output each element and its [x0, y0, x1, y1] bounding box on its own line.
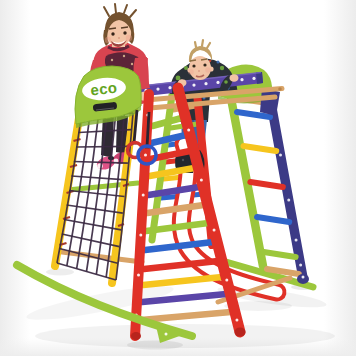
rear-ladder — [230, 92, 309, 284]
wall-bars-left-rail — [152, 95, 172, 240]
ring-strap — [147, 112, 149, 147]
child-right-hand — [230, 74, 239, 82]
climbing-frame-scene: eco — [0, 0, 356, 356]
dowel-end — [278, 87, 282, 91]
screw-dot — [165, 333, 168, 336]
front-ladder-foot — [131, 332, 141, 340]
front-ladder-foot — [235, 328, 246, 337]
jacket-speckle — [224, 80, 228, 84]
product-photo: eco — [0, 0, 356, 356]
screw-dot — [302, 276, 305, 279]
eco-label: eco — [89, 79, 118, 99]
top-beam-endcap — [256, 72, 263, 84]
climbing-net — [55, 108, 142, 283]
rear-ladder-left-rail — [230, 93, 263, 266]
child-left-nose — [118, 37, 120, 39]
net-wood-bar — [62, 252, 142, 262]
child-right-nose — [198, 70, 200, 72]
